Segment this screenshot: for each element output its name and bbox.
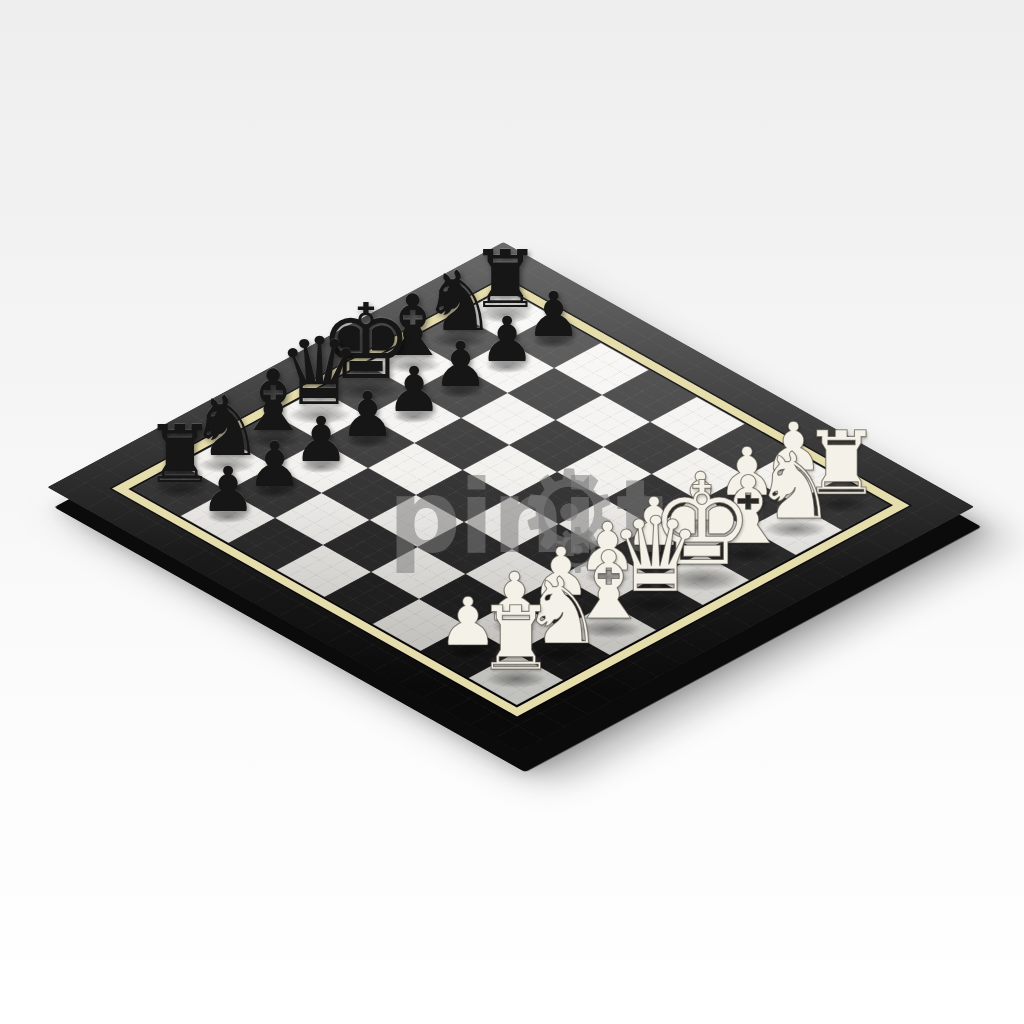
board-grid [133,289,889,705]
chess-set-render: ♜♜♞♞♝♝♛♛♚♚♝♝♞♞♜♜♟♟♟♟♟♟♟♟♟♟♟♟♟♟♟♟♟♟♟♟♟♟♟♟… [0,0,1024,1024]
chessboard [47,242,974,752]
